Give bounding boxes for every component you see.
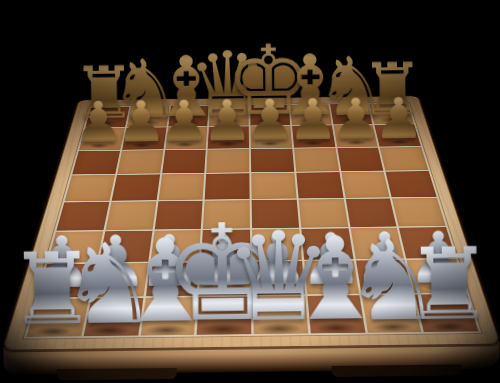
square-a5[interactable] [65, 175, 115, 201]
piece-white-rook-h1[interactable]: ♜ [404, 235, 494, 335]
piece-black-pawn-h7[interactable]: ♟ [373, 90, 424, 147]
square-f5[interactable] [296, 172, 343, 198]
square-h5[interactable] [386, 171, 437, 197]
board-foot-right [332, 364, 462, 377]
board-photo: ♜♞♝♛♚♝♞♜♟♟♟♟♟♟♟♟♟♟♟♟♟♟♟♟♜♞♝♚♛♝♞♜ [0, 0, 500, 383]
square-g5[interactable] [341, 172, 390, 198]
chess-photo-scene: ♜♞♝♛♚♝♞♜♟♟♟♟♟♟♟♟♟♟♟♟♟♟♟♟♜♞♝♚♛♝♞♜ [0, 0, 500, 383]
board-foot-left [57, 368, 177, 380]
square-b5[interactable] [111, 175, 159, 201]
